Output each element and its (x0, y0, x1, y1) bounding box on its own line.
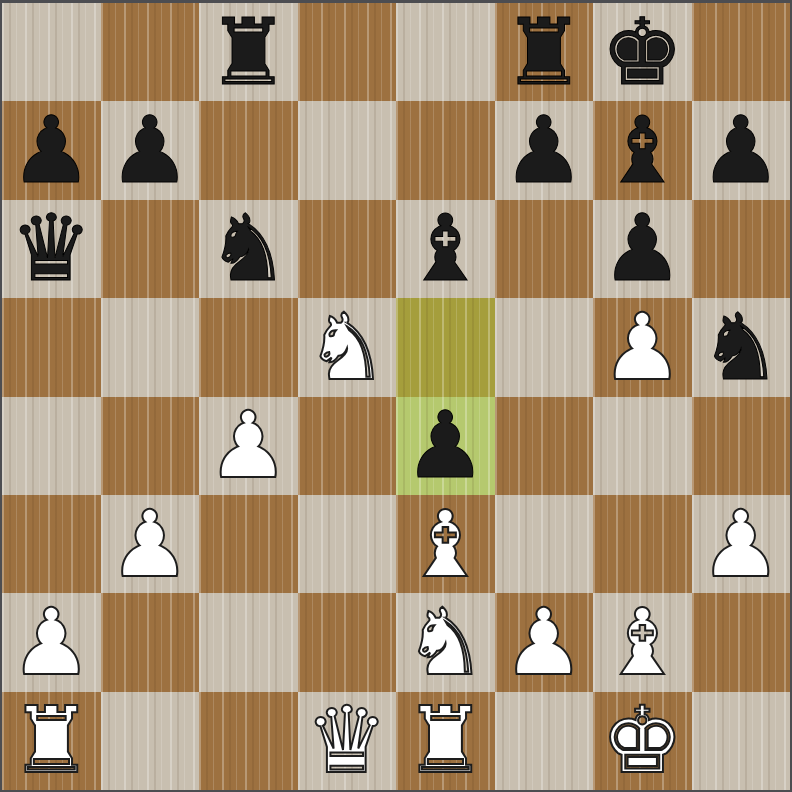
square-e1[interactable]: ♜ (396, 692, 495, 790)
white-rook[interactable]: ♜ (404, 692, 486, 790)
white-bishop[interactable]: ♝ (404, 495, 486, 593)
square-f5[interactable] (495, 298, 594, 396)
square-h4[interactable] (692, 397, 791, 495)
white-rook[interactable]: ♜ (10, 692, 92, 790)
white-queen[interactable]: ♛ (306, 692, 388, 790)
square-f2[interactable]: ♟ (495, 593, 594, 691)
white-pawn[interactable]: ♟ (10, 593, 92, 691)
square-b4[interactable] (101, 397, 200, 495)
square-e8[interactable] (396, 3, 495, 101)
square-c4[interactable]: ♟ (199, 397, 298, 495)
white-pawn[interactable]: ♟ (109, 495, 191, 593)
square-b3[interactable]: ♟ (101, 495, 200, 593)
black-rook[interactable]: ♜ (503, 3, 585, 101)
square-a3[interactable] (2, 495, 101, 593)
square-b1[interactable] (101, 692, 200, 790)
square-d2[interactable] (298, 593, 397, 691)
square-a2[interactable]: ♟ (2, 593, 101, 691)
black-pawn[interactable]: ♟ (10, 101, 92, 199)
square-c8[interactable]: ♜ (199, 3, 298, 101)
white-pawn[interactable]: ♟ (207, 397, 289, 495)
square-d4[interactable] (298, 397, 397, 495)
square-h1[interactable] (692, 692, 791, 790)
square-g2[interactable]: ♝ (593, 593, 692, 691)
square-h8[interactable] (692, 3, 791, 101)
square-h3[interactable]: ♟ (692, 495, 791, 593)
square-a1[interactable]: ♜ (2, 692, 101, 790)
square-e5[interactable] (396, 298, 495, 396)
black-knight[interactable]: ♞ (700, 298, 782, 396)
square-e4[interactable]: ♟ (396, 397, 495, 495)
black-pawn[interactable]: ♟ (404, 397, 486, 495)
square-h7[interactable]: ♟ (692, 101, 791, 199)
square-d5[interactable]: ♞ (298, 298, 397, 396)
white-king[interactable]: ♚ (601, 692, 683, 790)
square-g1[interactable]: ♚ (593, 692, 692, 790)
square-c6[interactable]: ♞ (199, 200, 298, 298)
square-b8[interactable] (101, 3, 200, 101)
square-c7[interactable] (199, 101, 298, 199)
square-f1[interactable] (495, 692, 594, 790)
black-pawn[interactable]: ♟ (109, 101, 191, 199)
square-e6[interactable]: ♝ (396, 200, 495, 298)
square-f6[interactable] (495, 200, 594, 298)
square-c1[interactable] (199, 692, 298, 790)
square-f3[interactable] (495, 495, 594, 593)
white-pawn[interactable]: ♟ (503, 593, 585, 691)
square-b2[interactable] (101, 593, 200, 691)
square-h2[interactable] (692, 593, 791, 691)
square-a5[interactable] (2, 298, 101, 396)
square-c5[interactable] (199, 298, 298, 396)
black-king[interactable]: ♚ (601, 3, 683, 101)
square-e7[interactable] (396, 101, 495, 199)
square-d6[interactable] (298, 200, 397, 298)
black-knight[interactable]: ♞ (207, 200, 289, 298)
white-pawn[interactable]: ♟ (601, 298, 683, 396)
square-c3[interactable] (199, 495, 298, 593)
chess-board: ♜♜♚♟♟♟♝♟♛♞♝♟♞♟♞♟♟♟♝♟♟♞♟♝♜♛♜♚ (0, 0, 792, 792)
square-d1[interactable]: ♛ (298, 692, 397, 790)
square-g6[interactable]: ♟ (593, 200, 692, 298)
black-queen[interactable]: ♛ (10, 200, 92, 298)
black-pawn[interactable]: ♟ (601, 200, 683, 298)
square-b6[interactable] (101, 200, 200, 298)
square-f7[interactable]: ♟ (495, 101, 594, 199)
square-b5[interactable] (101, 298, 200, 396)
square-d3[interactable] (298, 495, 397, 593)
square-g5[interactable]: ♟ (593, 298, 692, 396)
square-d8[interactable] (298, 3, 397, 101)
black-pawn[interactable]: ♟ (503, 101, 585, 199)
white-bishop[interactable]: ♝ (601, 593, 683, 691)
white-pawn[interactable]: ♟ (700, 495, 782, 593)
square-a7[interactable]: ♟ (2, 101, 101, 199)
square-f8[interactable]: ♜ (495, 3, 594, 101)
square-g7[interactable]: ♝ (593, 101, 692, 199)
black-rook[interactable]: ♜ (207, 3, 289, 101)
square-d7[interactable] (298, 101, 397, 199)
square-c2[interactable] (199, 593, 298, 691)
black-pawn[interactable]: ♟ (700, 101, 782, 199)
square-h5[interactable]: ♞ (692, 298, 791, 396)
white-knight[interactable]: ♞ (404, 593, 486, 691)
black-bishop[interactable]: ♝ (601, 101, 683, 199)
square-h6[interactable] (692, 200, 791, 298)
white-knight[interactable]: ♞ (306, 298, 388, 396)
square-e2[interactable]: ♞ (396, 593, 495, 691)
black-bishop[interactable]: ♝ (404, 200, 486, 298)
square-a8[interactable] (2, 3, 101, 101)
square-e3[interactable]: ♝ (396, 495, 495, 593)
square-g8[interactable]: ♚ (593, 3, 692, 101)
square-g4[interactable] (593, 397, 692, 495)
square-a4[interactable] (2, 397, 101, 495)
square-g3[interactable] (593, 495, 692, 593)
square-b7[interactable]: ♟ (101, 101, 200, 199)
square-a6[interactable]: ♛ (2, 200, 101, 298)
square-f4[interactable] (495, 397, 594, 495)
